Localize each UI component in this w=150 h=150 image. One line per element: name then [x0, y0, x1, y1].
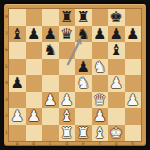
- square-b5[interactable]: [26, 59, 43, 76]
- square-g8[interactable]: ♚: [108, 9, 125, 26]
- square-f6[interactable]: [92, 42, 109, 59]
- file-label-a: a: [9, 141, 26, 146]
- square-b6[interactable]: [26, 42, 43, 59]
- square-c1[interactable]: [42, 125, 59, 142]
- square-d8[interactable]: ♜: [59, 9, 76, 26]
- square-e5[interactable]: ♟: [75, 59, 92, 76]
- square-h4[interactable]: [125, 75, 142, 92]
- white-pawn[interactable]: ♟: [44, 91, 57, 107]
- file-label-e: e: [75, 141, 92, 146]
- square-e2[interactable]: [75, 108, 92, 125]
- rank-label-4: 4: [4, 75, 9, 92]
- square-g3[interactable]: [108, 92, 125, 109]
- square-d5[interactable]: [59, 59, 76, 76]
- white-bishop[interactable]: ♝: [93, 124, 106, 140]
- rank-label-2: 2: [4, 108, 9, 125]
- square-h8[interactable]: [125, 9, 142, 26]
- black-pawn[interactable]: ♟: [93, 25, 106, 41]
- white-rook[interactable]: ♜: [60, 124, 73, 140]
- square-h5[interactable]: [125, 59, 142, 76]
- square-d1[interactable]: ♜: [59, 125, 76, 142]
- square-a3[interactable]: [9, 92, 26, 109]
- square-d7[interactable]: ♛: [59, 26, 76, 43]
- black-bishop[interactable]: ♝: [110, 42, 123, 58]
- file-label-g: g: [108, 141, 125, 146]
- square-g6[interactable]: ♝: [108, 42, 125, 59]
- square-a1[interactable]: [9, 125, 26, 142]
- square-h3[interactable]: ♟: [125, 92, 142, 109]
- rank-label-3: 3: [4, 92, 9, 109]
- black-queen[interactable]: ♛: [60, 25, 73, 41]
- square-c8[interactable]: [42, 9, 59, 26]
- white-knight[interactable]: ♞: [93, 58, 106, 74]
- white-knight[interactable]: ♞: [77, 75, 90, 91]
- square-d2[interactable]: ♝: [59, 108, 76, 125]
- black-pawn[interactable]: ♟: [44, 25, 57, 41]
- white-bishop[interactable]: ♝: [60, 108, 73, 124]
- square-b1[interactable]: [26, 125, 43, 142]
- square-a7[interactable]: ♝: [9, 26, 26, 43]
- square-b2[interactable]: ♟: [26, 108, 43, 125]
- square-g7[interactable]: ♟: [108, 26, 125, 43]
- square-h6[interactable]: [125, 42, 142, 59]
- square-a8[interactable]: [9, 9, 26, 26]
- square-c7[interactable]: ♟: [42, 26, 59, 43]
- chess-board-frame: ♜♜♚♝♟♟♛♞♟♟♟♞♝♟♞♟♞♟♟♟♛♟♟♟♝♟♜♜♝♚ abcdefgh …: [4, 4, 146, 146]
- square-e4[interactable]: ♞: [75, 75, 92, 92]
- black-bishop[interactable]: ♝: [11, 25, 24, 41]
- square-c3[interactable]: ♟: [42, 92, 59, 109]
- square-f4[interactable]: [92, 75, 109, 92]
- white-pawn[interactable]: ♟: [126, 91, 139, 107]
- white-queen[interactable]: ♛: [93, 91, 106, 107]
- black-pawn[interactable]: ♟: [77, 58, 90, 74]
- square-h2[interactable]: [125, 108, 142, 125]
- square-g2[interactable]: [108, 108, 125, 125]
- square-a6[interactable]: [9, 42, 26, 59]
- file-label-c: c: [42, 141, 59, 146]
- square-d3[interactable]: ♟: [59, 92, 76, 109]
- square-b7[interactable]: ♟: [26, 26, 43, 43]
- white-pawn[interactable]: ♟: [60, 91, 73, 107]
- chess-board: ♜♜♚♝♟♟♛♞♟♟♟♞♝♟♞♟♞♟♟♟♛♟♟♟♝♟♜♜♝♚: [9, 9, 141, 141]
- file-label-d: d: [59, 141, 76, 146]
- rank-label-8: 8: [4, 9, 9, 26]
- file-label-h: h: [125, 141, 142, 146]
- white-pawn[interactable]: ♟: [27, 108, 40, 124]
- white-king[interactable]: ♚: [110, 124, 123, 140]
- square-e1[interactable]: ♜: [75, 125, 92, 142]
- white-rook[interactable]: ♜: [77, 124, 90, 140]
- square-c2[interactable]: [42, 108, 59, 125]
- square-b8[interactable]: [26, 9, 43, 26]
- white-pawn[interactable]: ♟: [110, 75, 123, 91]
- file-label-f: f: [92, 141, 109, 146]
- rank-label-7: 7: [4, 26, 9, 43]
- square-g5[interactable]: [108, 59, 125, 76]
- rank-labels: 87654321: [4, 9, 9, 141]
- square-c4[interactable]: [42, 75, 59, 92]
- square-a2[interactable]: ♟: [9, 108, 26, 125]
- square-d4[interactable]: [59, 75, 76, 92]
- square-f3[interactable]: ♛: [92, 92, 109, 109]
- square-f7[interactable]: ♟: [92, 26, 109, 43]
- black-pawn[interactable]: ♟: [27, 25, 40, 41]
- square-c6[interactable]: ♞: [42, 42, 59, 59]
- square-e6[interactable]: [75, 42, 92, 59]
- square-f8[interactable]: [92, 9, 109, 26]
- rank-label-5: 5: [4, 59, 9, 76]
- black-king[interactable]: ♚: [110, 9, 123, 25]
- square-d6[interactable]: [59, 42, 76, 59]
- square-f1[interactable]: ♝: [92, 125, 109, 142]
- square-a4[interactable]: ♟: [9, 75, 26, 92]
- square-g4[interactable]: ♟: [108, 75, 125, 92]
- file-label-b: b: [26, 141, 43, 146]
- square-h1[interactable]: [125, 125, 142, 142]
- square-e8[interactable]: ♜: [75, 9, 92, 26]
- white-pawn[interactable]: ♟: [11, 108, 24, 124]
- square-g1[interactable]: ♚: [108, 125, 125, 142]
- rank-label-6: 6: [4, 42, 9, 59]
- black-rook[interactable]: ♜: [77, 9, 90, 25]
- black-knight[interactable]: ♞: [44, 42, 57, 58]
- square-b3[interactable]: [26, 92, 43, 109]
- square-c5[interactable]: [42, 59, 59, 76]
- rank-label-1: 1: [4, 125, 9, 142]
- square-f5[interactable]: ♞: [92, 59, 109, 76]
- square-h7[interactable]: ♟: [125, 26, 142, 43]
- white-pawn[interactable]: ♟: [93, 108, 106, 124]
- black-pawn[interactable]: ♟: [126, 25, 139, 41]
- file-labels: abcdefgh: [9, 141, 141, 146]
- square-e7[interactable]: ♞: [75, 26, 92, 43]
- black-knight[interactable]: ♞: [77, 25, 90, 41]
- black-rook[interactable]: ♜: [60, 9, 73, 25]
- square-e3[interactable]: [75, 92, 92, 109]
- black-pawn[interactable]: ♟: [11, 75, 24, 91]
- square-b4[interactable]: [26, 75, 43, 92]
- square-f2[interactable]: ♟: [92, 108, 109, 125]
- black-pawn[interactable]: ♟: [110, 25, 123, 41]
- square-a5[interactable]: [9, 59, 26, 76]
